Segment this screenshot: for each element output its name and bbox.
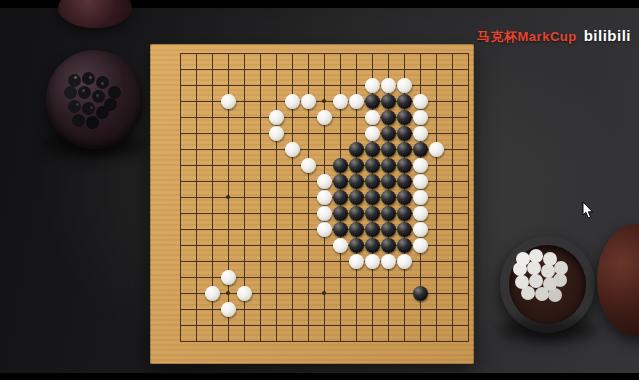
white-stone[interactable] <box>413 222 428 237</box>
black-stone[interactable] <box>397 238 412 253</box>
white-stone[interactable] <box>413 126 428 141</box>
black-stone[interactable] <box>349 142 364 157</box>
white-stone[interactable] <box>205 286 220 301</box>
white-stone[interactable] <box>317 206 332 221</box>
black-stone[interactable] <box>333 222 348 237</box>
black-stone[interactable] <box>397 174 412 189</box>
black-stone-bowl <box>46 50 143 149</box>
black-stone[interactable] <box>381 222 396 237</box>
white-stone[interactable] <box>413 158 428 173</box>
black-stone[interactable] <box>365 94 380 109</box>
white-stone[interactable] <box>301 158 316 173</box>
black-stone[interactable] <box>381 142 396 157</box>
black-stone[interactable] <box>381 174 396 189</box>
black-stone[interactable] <box>397 142 412 157</box>
hoshi-point <box>322 99 326 103</box>
black-stone[interactable] <box>381 206 396 221</box>
black-stone[interactable] <box>381 94 396 109</box>
white-stone[interactable] <box>413 206 428 221</box>
black-stone[interactable] <box>365 190 380 205</box>
black-stone[interactable] <box>397 94 412 109</box>
white-stone[interactable] <box>269 126 284 141</box>
white-stone[interactable] <box>317 222 332 237</box>
go-board[interactable] <box>150 44 474 364</box>
black-stone[interactable] <box>365 142 380 157</box>
black-stone[interactable] <box>413 286 428 301</box>
black-stone[interactable] <box>365 174 380 189</box>
white-stone[interactable] <box>285 94 300 109</box>
white-stone[interactable] <box>413 238 428 253</box>
white-stone[interactable] <box>349 254 364 269</box>
black-stone[interactable] <box>333 174 348 189</box>
white-stone[interactable] <box>269 110 284 125</box>
white-stone[interactable] <box>397 78 412 93</box>
hoshi-point <box>322 291 326 295</box>
black-stone[interactable] <box>333 158 348 173</box>
black-stone[interactable] <box>381 158 396 173</box>
white-stone-bowl <box>500 236 595 333</box>
white-stone[interactable] <box>381 254 396 269</box>
mouse-cursor-icon <box>582 202 594 220</box>
black-stone[interactable] <box>397 110 412 125</box>
white-stone[interactable] <box>397 254 412 269</box>
black-stone[interactable] <box>381 190 396 205</box>
white-stone[interactable] <box>221 302 236 317</box>
black-stone[interactable] <box>397 222 412 237</box>
black-stone[interactable] <box>381 238 396 253</box>
white-stone[interactable] <box>333 94 348 109</box>
white-stone[interactable] <box>365 126 380 141</box>
white-stone[interactable] <box>317 110 332 125</box>
black-stone[interactable] <box>365 222 380 237</box>
black-stone[interactable] <box>413 142 428 157</box>
stone-glints <box>74 76 77 79</box>
white-stone[interactable] <box>365 110 380 125</box>
black-stone[interactable] <box>397 206 412 221</box>
letterbox-bar-bottom <box>0 373 639 380</box>
black-stone[interactable] <box>333 206 348 221</box>
go-bowl-lid <box>58 0 132 28</box>
black-stone[interactable] <box>349 206 364 221</box>
white-stone[interactable] <box>349 94 364 109</box>
black-stone[interactable] <box>365 238 380 253</box>
white-stones-pile <box>516 252 530 266</box>
hoshi-point <box>226 291 230 295</box>
white-stone[interactable] <box>301 94 316 109</box>
white-stone[interactable] <box>365 254 380 269</box>
white-stone[interactable] <box>221 94 236 109</box>
black-stone[interactable] <box>365 206 380 221</box>
white-stone[interactable] <box>221 270 236 285</box>
black-stone[interactable] <box>349 158 364 173</box>
black-stone[interactable] <box>333 190 348 205</box>
channel-watermark: 马克杯MarkCup <box>477 28 577 46</box>
black-stone[interactable] <box>365 158 380 173</box>
white-stone[interactable] <box>429 142 444 157</box>
black-stone[interactable] <box>349 238 364 253</box>
video-frame: 马克杯MarkCup bilibili <box>0 0 639 380</box>
white-stone[interactable] <box>285 142 300 157</box>
bilibili-logo-text: bilibili <box>584 27 631 44</box>
white-stone[interactable] <box>413 94 428 109</box>
white-stone[interactable] <box>413 174 428 189</box>
white-stone[interactable] <box>413 110 428 125</box>
side-bowl <box>597 224 639 336</box>
hoshi-point <box>226 195 230 199</box>
black-stone[interactable] <box>381 126 396 141</box>
black-stone[interactable] <box>381 110 396 125</box>
watermark: 马克杯MarkCup bilibili <box>477 27 631 46</box>
black-stone[interactable] <box>397 158 412 173</box>
black-stone[interactable] <box>397 190 412 205</box>
white-stone[interactable] <box>381 78 396 93</box>
white-stone[interactable] <box>333 238 348 253</box>
board-grid[interactable] <box>180 53 469 342</box>
black-stone[interactable] <box>349 174 364 189</box>
black-stone[interactable] <box>397 126 412 141</box>
white-stone[interactable] <box>413 190 428 205</box>
white-stone[interactable] <box>237 286 252 301</box>
white-stone[interactable] <box>317 190 332 205</box>
black-stone[interactable] <box>349 222 364 237</box>
white-stone[interactable] <box>365 78 380 93</box>
black-stone[interactable] <box>349 190 364 205</box>
white-stone[interactable] <box>317 174 332 189</box>
